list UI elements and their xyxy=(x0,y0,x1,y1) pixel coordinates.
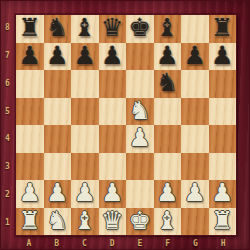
piece-black-pawn[interactable]: ♟ xyxy=(74,42,96,69)
square-h6[interactable] xyxy=(209,70,237,98)
file-label-b: B xyxy=(43,236,71,250)
square-e6[interactable] xyxy=(126,70,154,98)
rank-label-2: 2 xyxy=(0,181,15,209)
file-label-d: D xyxy=(98,236,126,250)
square-f1[interactable]: ♝ xyxy=(154,208,182,236)
square-c1[interactable]: ♝ xyxy=(71,208,99,236)
file-label-a: A xyxy=(15,236,43,250)
piece-black-pawn[interactable]: ♟ xyxy=(19,42,41,69)
piece-black-pawn[interactable]: ♟ xyxy=(101,42,123,69)
square-f7[interactable]: ♟ xyxy=(154,43,182,71)
piece-black-bishop[interactable]: ♝ xyxy=(156,14,178,41)
file-label-e: E xyxy=(126,236,154,250)
square-c7[interactable]: ♟ xyxy=(71,43,99,71)
piece-white-pawn[interactable]: ♟ xyxy=(74,179,96,206)
piece-white-king[interactable]: ♚ xyxy=(129,207,151,234)
square-g7[interactable]: ♟ xyxy=(181,43,209,71)
square-e4[interactable]: ♟ xyxy=(126,125,154,153)
piece-white-knight[interactable]: ♞ xyxy=(46,207,68,234)
square-a6[interactable] xyxy=(16,70,44,98)
piece-white-pawn[interactable]: ♟ xyxy=(46,179,68,206)
square-a8[interactable]: ♜ xyxy=(16,15,44,43)
piece-white-bishop[interactable]: ♝ xyxy=(74,207,96,234)
square-d5[interactable] xyxy=(99,98,127,126)
square-c5[interactable] xyxy=(71,98,99,126)
square-c8[interactable]: ♝ xyxy=(71,15,99,43)
square-a4[interactable] xyxy=(16,125,44,153)
piece-white-rook[interactable]: ♜ xyxy=(19,207,41,234)
file-label-g: G xyxy=(182,236,210,250)
piece-black-pawn[interactable]: ♟ xyxy=(156,42,178,69)
square-d2[interactable]: ♟ xyxy=(99,180,127,208)
rank-label-8: 8 xyxy=(0,14,15,42)
square-b7[interactable]: ♟ xyxy=(44,43,72,71)
rank-labels: 87654321 xyxy=(0,14,15,236)
square-d8[interactable]: ♛ xyxy=(99,15,127,43)
piece-black-pawn[interactable]: ♟ xyxy=(211,42,233,69)
square-f3[interactable] xyxy=(154,153,182,181)
rank-label-7: 7 xyxy=(0,42,15,70)
square-c4[interactable] xyxy=(71,125,99,153)
square-g5[interactable] xyxy=(181,98,209,126)
square-c6[interactable] xyxy=(71,70,99,98)
square-a2[interactable]: ♟ xyxy=(16,180,44,208)
square-g1[interactable] xyxy=(181,208,209,236)
square-b3[interactable] xyxy=(44,153,72,181)
piece-black-pawn[interactable]: ♟ xyxy=(184,42,206,69)
piece-black-rook[interactable]: ♜ xyxy=(211,14,233,41)
square-g3[interactable] xyxy=(181,153,209,181)
square-b5[interactable] xyxy=(44,98,72,126)
square-d3[interactable] xyxy=(99,153,127,181)
square-g6[interactable] xyxy=(181,70,209,98)
chess-board: ♜♞♝♛♚♝♜♟♟♟♟♟♟♟♞♞♟♟♟♟♟♟♟♟♜♞♝♛♚♝♜ xyxy=(15,14,237,236)
rank-label-3: 3 xyxy=(0,153,15,181)
square-d4[interactable] xyxy=(99,125,127,153)
square-d1[interactable]: ♛ xyxy=(99,208,127,236)
square-e3[interactable] xyxy=(126,153,154,181)
piece-white-pawn[interactable]: ♟ xyxy=(184,179,206,206)
square-c3[interactable] xyxy=(71,153,99,181)
piece-white-knight[interactable]: ♞ xyxy=(129,97,151,124)
piece-black-king[interactable]: ♚ xyxy=(129,14,151,41)
square-f8[interactable]: ♝ xyxy=(154,15,182,43)
square-e5[interactable]: ♞ xyxy=(126,98,154,126)
piece-black-queen[interactable]: ♛ xyxy=(101,14,123,41)
square-h5[interactable] xyxy=(209,98,237,126)
square-a3[interactable] xyxy=(16,153,44,181)
piece-white-rook[interactable]: ♜ xyxy=(211,207,233,234)
rank-label-6: 6 xyxy=(0,70,15,98)
chess-board-frame: 87654321 ABCDEFGH ♜♞♝♛♚♝♜♟♟♟♟♟♟♟♞♞♟♟♟♟♟♟… xyxy=(0,0,250,250)
square-a1[interactable]: ♜ xyxy=(16,208,44,236)
rank-label-4: 4 xyxy=(0,125,15,153)
piece-black-bishop[interactable]: ♝ xyxy=(74,14,96,41)
square-g2[interactable]: ♟ xyxy=(181,180,209,208)
square-b8[interactable]: ♞ xyxy=(44,15,72,43)
square-f5[interactable] xyxy=(154,98,182,126)
piece-white-pawn[interactable]: ♟ xyxy=(19,179,41,206)
square-h8[interactable]: ♜ xyxy=(209,15,237,43)
square-h2[interactable]: ♟ xyxy=(209,180,237,208)
piece-black-knight[interactable]: ♞ xyxy=(46,14,68,41)
square-f4[interactable] xyxy=(154,125,182,153)
square-e8[interactable]: ♚ xyxy=(126,15,154,43)
square-h4[interactable] xyxy=(209,125,237,153)
piece-white-queen[interactable]: ♛ xyxy=(101,207,123,234)
piece-white-pawn[interactable]: ♟ xyxy=(156,179,178,206)
square-f2[interactable]: ♟ xyxy=(154,180,182,208)
file-labels: ABCDEFGH xyxy=(15,236,237,250)
piece-white-pawn[interactable]: ♟ xyxy=(211,179,233,206)
square-c2[interactable]: ♟ xyxy=(71,180,99,208)
square-a7[interactable]: ♟ xyxy=(16,43,44,71)
rank-label-1: 1 xyxy=(0,208,15,236)
square-h3[interactable] xyxy=(209,153,237,181)
rank-label-5: 5 xyxy=(0,97,15,125)
square-b2[interactable]: ♟ xyxy=(44,180,72,208)
square-e7[interactable] xyxy=(126,43,154,71)
piece-white-bishop[interactable]: ♝ xyxy=(156,207,178,234)
square-d6[interactable] xyxy=(99,70,127,98)
file-label-f: F xyxy=(154,236,182,250)
file-label-h: H xyxy=(209,236,237,250)
square-a5[interactable] xyxy=(16,98,44,126)
file-label-c: C xyxy=(71,236,99,250)
square-b1[interactable]: ♞ xyxy=(44,208,72,236)
piece-white-pawn[interactable]: ♟ xyxy=(129,124,151,151)
square-b6[interactable] xyxy=(44,70,72,98)
piece-white-pawn[interactable]: ♟ xyxy=(101,179,123,206)
square-h7[interactable]: ♟ xyxy=(209,43,237,71)
square-d7[interactable]: ♟ xyxy=(99,43,127,71)
square-h1[interactable]: ♜ xyxy=(209,208,237,236)
square-e1[interactable]: ♚ xyxy=(126,208,154,236)
square-g4[interactable] xyxy=(181,125,209,153)
square-b4[interactable] xyxy=(44,125,72,153)
piece-black-rook[interactable]: ♜ xyxy=(19,14,41,41)
piece-black-pawn[interactable]: ♟ xyxy=(46,42,68,69)
square-e2[interactable] xyxy=(126,180,154,208)
square-g8[interactable] xyxy=(181,15,209,43)
square-f6[interactable]: ♞ xyxy=(154,70,182,98)
piece-black-knight[interactable]: ♞ xyxy=(156,69,178,96)
